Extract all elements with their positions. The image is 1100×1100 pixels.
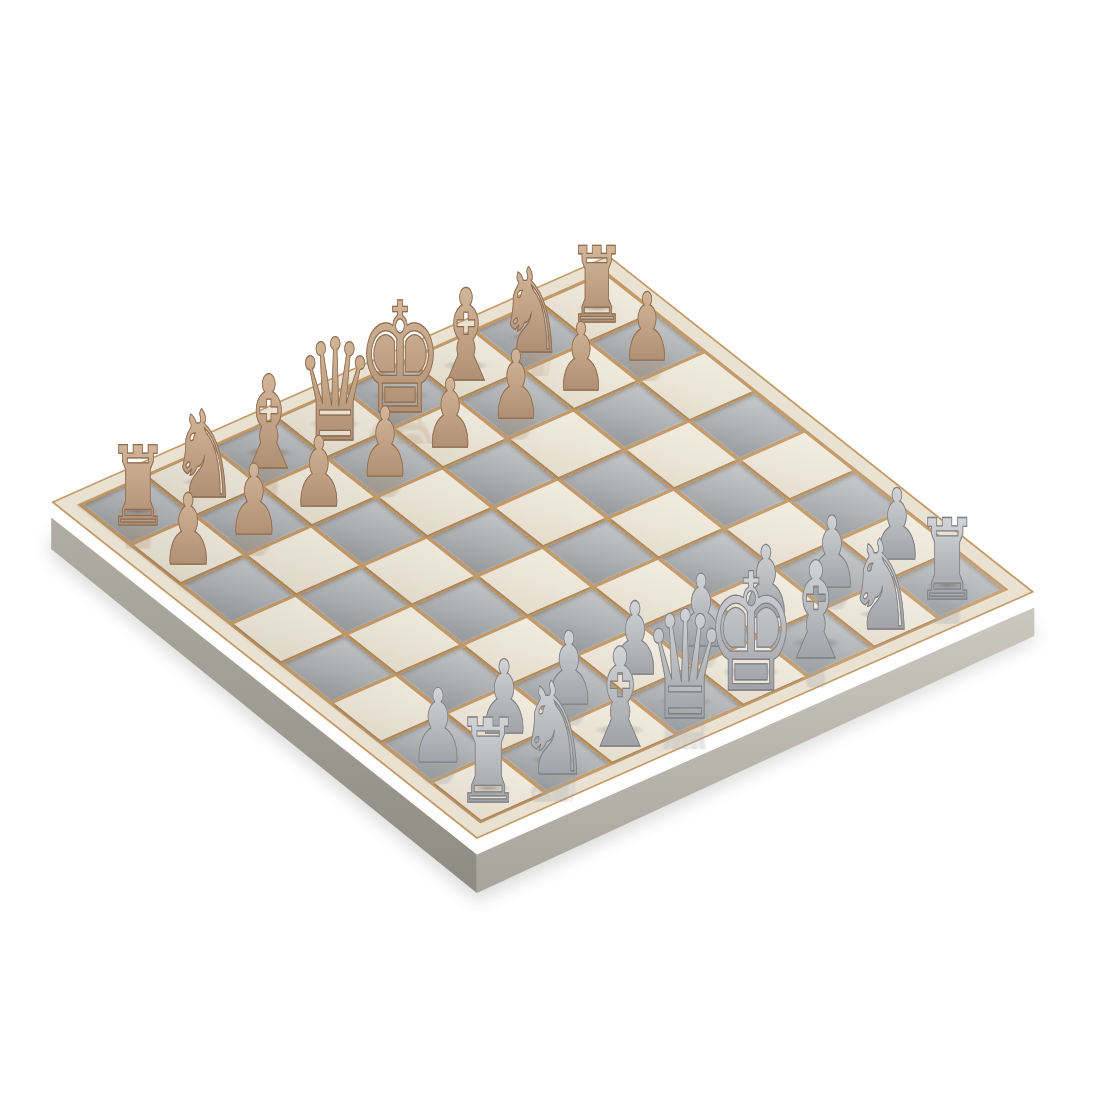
piece-glyph: ♞ — [847, 524, 916, 649]
photo-canvas: ♜♞♞♝♛♛♚♝♝♞♜♜♟♟♟♟♟♟♟♟♟♟♟♟♟♟♟♟♟♟♟♟♟♟♟♟♜♜♞♝… — [0, 0, 1100, 1100]
piece-glyph: ♟ — [292, 424, 346, 521]
piece-glyph: ♟ — [424, 367, 477, 463]
piece-glyph: ♝ — [581, 630, 657, 767]
piece-glyph: ♟ — [621, 281, 673, 375]
piece-glyph: ♟ — [161, 481, 216, 579]
piece-glyph: ♟ — [489, 338, 542, 433]
piece-glyph: ♜ — [916, 505, 978, 617]
piece-glyph: ♜ — [456, 704, 521, 821]
piece-glyph: ♟ — [358, 395, 412, 491]
piece-glyph: ♟ — [227, 452, 281, 550]
piece-glyph: ♟ — [555, 310, 608, 405]
piece-glyph: ♜ — [107, 432, 168, 542]
piece-glyph: ♞ — [518, 666, 589, 794]
